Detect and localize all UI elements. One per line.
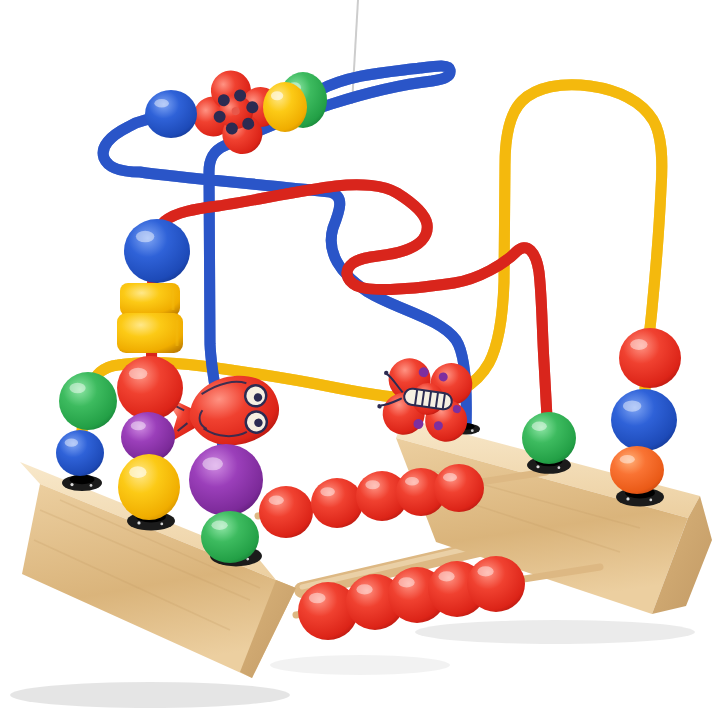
- yellow-cube-bottom: [117, 313, 183, 353]
- yellow-cube-top: [120, 283, 180, 316]
- bead-abacus-lower-5: [467, 556, 525, 612]
- yellow-cube-beads: [117, 283, 183, 353]
- bead-column-yellow: [118, 454, 180, 520]
- bead-right-col-orange: [610, 446, 664, 494]
- bead-abacus-upper-2: [311, 478, 363, 528]
- bead-abacus-upper-5: [434, 464, 484, 512]
- base-shadow-right: [415, 620, 695, 644]
- bead-top-disc-yellow: [263, 82, 307, 132]
- bead-left-post-blue: [56, 430, 104, 476]
- bead-maze-toy-photo: [0, 0, 720, 720]
- bead-right-col-blue: [611, 389, 677, 451]
- bead-top-blue: [145, 90, 197, 138]
- bead-abacus-upper-1: [259, 486, 313, 538]
- bead-fish-post-purple: [189, 444, 263, 516]
- bead-right-rail-green: [522, 412, 576, 464]
- bead-fish-post-green: [201, 511, 259, 563]
- bead-left-post-green: [59, 372, 117, 430]
- bead-column-red: [117, 356, 183, 420]
- bead-column-blue: [124, 219, 190, 283]
- base-shadow-left: [10, 682, 290, 708]
- base-shadow-mid: [270, 655, 450, 675]
- bead-right-col-red: [619, 328, 681, 388]
